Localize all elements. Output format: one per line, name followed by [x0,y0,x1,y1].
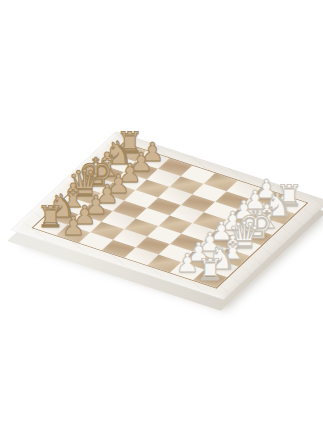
chess-board [10,131,323,300]
product-photo-marble-chess-set: ♜♟♞♟♝♟♚♟♛♟♟♜♝♟♟♞♞♟♟♝♜♟♟♚♟♛♟♝♟♞♟♜ [0,0,323,421]
